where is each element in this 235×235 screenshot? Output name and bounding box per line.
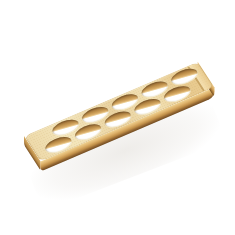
- photo-background: [0, 0, 235, 235]
